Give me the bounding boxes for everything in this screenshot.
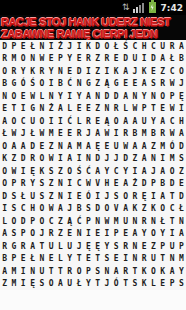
grid-cell[interactable]: A (121, 65, 130, 78)
grid-cell[interactable]: C (19, 203, 28, 216)
grid-cell[interactable]: Z (47, 190, 56, 203)
grid-cell[interactable]: S (9, 190, 18, 203)
grid-cell[interactable]: N (130, 253, 139, 266)
grid-cell[interactable]: B (130, 128, 139, 141)
grid-cell[interactable]: N (37, 253, 46, 266)
grid-cell[interactable]: E (93, 228, 102, 241)
grid-cell[interactable]: C (112, 165, 121, 178)
grid-cell[interactable]: Y (102, 240, 111, 253)
grid-cell[interactable]: R (121, 265, 130, 278)
grid-cell[interactable]: Ó (112, 278, 121, 291)
grid-cell[interactable]: E (102, 140, 111, 153)
grid-cell[interactable]: N (130, 215, 139, 228)
grid-cell[interactable]: U (149, 253, 158, 266)
grid-cell[interactable]: S (149, 78, 158, 91)
grid-cell[interactable]: S (102, 253, 111, 266)
grid-cell[interactable]: D (177, 140, 186, 153)
grid-cell[interactable]: P (9, 178, 18, 191)
grid-cell[interactable]: B (56, 78, 65, 91)
grid-cell[interactable]: N (56, 65, 65, 78)
grid-cell[interactable]: S (84, 203, 93, 216)
grid-cell[interactable]: Z (93, 53, 102, 66)
grid-cell[interactable]: Ę (28, 165, 37, 178)
grid-cell[interactable]: K (140, 278, 149, 291)
grid-cell[interactable]: S (9, 203, 18, 216)
grid-cell[interactable]: E (37, 140, 46, 153)
grid-cell[interactable]: P (9, 253, 18, 266)
grid-cell[interactable]: S (93, 265, 102, 278)
grid-cell[interactable]: O (37, 78, 46, 91)
grid-cell[interactable]: P (84, 265, 93, 278)
grid-cell[interactable]: A (158, 115, 167, 128)
grid-cell[interactable]: I (102, 228, 111, 241)
grid-cell[interactable]: A (130, 140, 139, 153)
grid-cell[interactable]: P (28, 215, 37, 228)
grid-cell[interactable]: A (158, 165, 167, 178)
grid-cell[interactable]: N (130, 90, 139, 103)
grid-cell[interactable]: J (112, 153, 121, 166)
grid-cell[interactable]: M (9, 53, 18, 66)
grid-cell[interactable]: U (65, 278, 74, 291)
grid-cell[interactable]: I (93, 190, 102, 203)
grid-cell[interactable]: Ł (28, 253, 37, 266)
grid-cell[interactable]: M (9, 265, 18, 278)
grid-cell[interactable]: I (74, 40, 83, 53)
grid-cell[interactable]: K (84, 40, 93, 53)
grid-cell[interactable]: E (121, 78, 130, 91)
grid-cell[interactable]: E (93, 115, 102, 128)
grid-cell[interactable]: T (74, 253, 83, 266)
grid-cell[interactable]: U (121, 215, 130, 228)
grid-cell[interactable]: A (177, 40, 186, 53)
grid-cell[interactable]: E (74, 53, 83, 66)
grid-cell[interactable]: Ę (93, 140, 102, 153)
grid-cell[interactable]: J (19, 128, 28, 141)
grid-cell[interactable]: E (19, 40, 28, 53)
grid-cell[interactable]: I (65, 178, 74, 191)
grid-cell[interactable]: Ł (112, 40, 121, 53)
grid-cell[interactable]: E (47, 53, 56, 66)
grid-cell[interactable]: V (93, 178, 102, 191)
grid-cell[interactable]: O (9, 215, 18, 228)
grid-cell[interactable]: I (84, 65, 93, 78)
grid-cell[interactable]: Ś (121, 40, 130, 53)
grid-cell[interactable]: T (37, 240, 46, 253)
grid-cell[interactable]: Y (149, 115, 158, 128)
letter-grid[interactable]: DPEŁNIŻJIKDOŁŚCHCURARMONWEPYERZREDUIDAŁB… (0, 40, 186, 290)
grid-cell[interactable]: R (84, 53, 93, 66)
grid-cell[interactable]: A (140, 78, 149, 91)
grid-cell[interactable]: R (0, 53, 9, 66)
grid-cell[interactable]: O (149, 265, 158, 278)
grid-cell[interactable]: P (9, 40, 18, 53)
grid-cell[interactable]: D (28, 140, 37, 153)
grid-cell[interactable]: Ć (65, 78, 74, 91)
grid-cell[interactable]: N (37, 40, 46, 53)
grid-cell[interactable]: T (167, 190, 176, 203)
grid-cell[interactable]: D (93, 40, 102, 53)
grid-cell[interactable]: T (121, 278, 130, 291)
grid-cell[interactable]: Y (65, 53, 74, 66)
grid-cell[interactable]: D (74, 65, 83, 78)
grid-cell[interactable]: O (37, 153, 46, 166)
grid-cell[interactable]: Ą (65, 215, 74, 228)
grid-cell[interactable]: P (56, 53, 65, 66)
grid-cell[interactable]: J (84, 128, 93, 141)
grid-cell[interactable]: Ż (47, 103, 56, 116)
grid-cell[interactable]: A (0, 115, 9, 128)
grid-cell[interactable]: R (37, 65, 46, 78)
grid-cell[interactable]: A (121, 90, 130, 103)
grid-cell[interactable]: A (56, 203, 65, 216)
grid-cell[interactable]: J (74, 240, 83, 253)
grid-cell[interactable]: N (74, 228, 83, 241)
grid-cell[interactable]: S (37, 190, 46, 203)
grid-cell[interactable]: R (121, 128, 130, 141)
grid-cell[interactable]: R (140, 215, 149, 228)
grid-cell[interactable]: Ć (84, 165, 93, 178)
grid-cell[interactable]: I (19, 103, 28, 116)
grid-cell[interactable]: K (28, 65, 37, 78)
grid-cell[interactable]: Z (56, 165, 65, 178)
grid-cell[interactable]: O (9, 115, 18, 128)
grid-cell[interactable]: I (19, 165, 28, 178)
grid-cell[interactable]: M (47, 128, 56, 141)
grid-cell[interactable]: O (158, 90, 167, 103)
grid-cell[interactable]: H (140, 40, 149, 53)
grid-cell[interactable]: A (140, 165, 149, 178)
grid-cell[interactable]: U (28, 190, 37, 203)
grid-cell[interactable]: Ż (130, 178, 139, 191)
grid-cell[interactable]: O (9, 90, 18, 103)
grid-cell[interactable]: O (158, 203, 167, 216)
grid-cell[interactable]: W (167, 103, 176, 116)
grid-cell[interactable]: D (112, 90, 121, 103)
grid-cell[interactable]: K (149, 203, 158, 216)
grid-cell[interactable]: D (19, 215, 28, 228)
grid-cell[interactable]: Y (28, 178, 37, 191)
grid-cell[interactable]: Z (47, 140, 56, 153)
grid-cell[interactable]: O (37, 203, 46, 216)
grid-cell[interactable]: N (102, 103, 111, 116)
grid-cell[interactable]: Ś (28, 78, 37, 91)
grid-cell[interactable]: E (65, 65, 74, 78)
grid-cell[interactable]: Z (47, 178, 56, 191)
grid-cell[interactable]: Z (93, 103, 102, 116)
grid-cell[interactable]: U (140, 115, 149, 128)
grid-cell[interactable]: S (112, 190, 121, 203)
grid-cell[interactable]: I (19, 265, 28, 278)
grid-cell[interactable]: M (167, 153, 176, 166)
grid-cell[interactable]: B (177, 53, 186, 66)
grid-cell[interactable]: A (84, 140, 93, 153)
grid-cell[interactable]: J (130, 65, 139, 78)
grid-cell[interactable]: A (158, 190, 167, 203)
grid-cell[interactable]: A (121, 115, 130, 128)
grid-cell[interactable]: P (112, 228, 121, 241)
grid-cell[interactable]: E (74, 190, 83, 203)
grid-cell[interactable]: E (65, 228, 74, 241)
grid-cell[interactable]: J (37, 228, 46, 241)
grid-cell[interactable]: H (177, 115, 186, 128)
grid-cell[interactable]: N (56, 140, 65, 153)
grid-cell[interactable]: O (0, 178, 9, 191)
grid-cell[interactable]: A (167, 265, 176, 278)
grid-cell[interactable]: Z (93, 78, 102, 91)
grid-cell[interactable]: P (167, 90, 176, 103)
grid-cell[interactable]: W (37, 128, 46, 141)
grid-cell[interactable]: N (102, 265, 111, 278)
grid-cell[interactable]: U (37, 265, 46, 278)
grid-cell[interactable]: N (93, 215, 102, 228)
grid-cell[interactable]: K (0, 153, 9, 166)
grid-cell[interactable]: Y (65, 253, 74, 266)
grid-cell[interactable]: Ó (84, 190, 93, 203)
grid-cell[interactable]: T (130, 265, 139, 278)
grid-cell[interactable]: N (37, 103, 46, 116)
grid-cell[interactable]: A (9, 140, 18, 153)
grid-cell[interactable]: I (149, 190, 158, 203)
grid-cell[interactable]: D (149, 53, 158, 66)
grid-cell[interactable]: P (84, 215, 93, 228)
grid-cell[interactable]: O (102, 40, 111, 53)
grid-cell[interactable]: K (112, 65, 121, 78)
grid-cell[interactable]: L (56, 253, 65, 266)
grid-cell[interactable]: L (56, 240, 65, 253)
grid-cell[interactable]: E (19, 253, 28, 266)
grid-cell[interactable]: J (149, 165, 158, 178)
grid-cell[interactable]: C (167, 115, 176, 128)
grid-cell[interactable]: Z (9, 153, 18, 166)
grid-cell[interactable]: T (47, 265, 56, 278)
grid-cell[interactable]: R (112, 103, 121, 116)
grid-cell[interactable]: T (56, 265, 65, 278)
grid-cell[interactable]: A (177, 128, 186, 141)
grid-cell[interactable]: W (47, 153, 56, 166)
grid-cell[interactable]: S (177, 153, 186, 166)
grid-cell[interactable]: C (130, 40, 139, 53)
grid-cell[interactable]: Y (177, 265, 186, 278)
grid-cell[interactable]: J (102, 278, 111, 291)
grid-cell[interactable]: I (74, 153, 83, 166)
grid-cell[interactable]: A (19, 140, 28, 153)
grid-cell[interactable]: R (121, 240, 130, 253)
grid-cell[interactable]: E (65, 128, 74, 141)
grid-cell[interactable]: H (28, 203, 37, 216)
grid-cell[interactable]: O (19, 53, 28, 66)
grid-cell[interactable]: N (130, 240, 139, 253)
grid-cell[interactable]: A (140, 153, 149, 166)
grid-cell[interactable]: N (56, 190, 65, 203)
grid-cell[interactable]: N (28, 265, 37, 278)
grid-cell[interactable]: Ł (28, 128, 37, 141)
grid-cell[interactable]: P (177, 240, 186, 253)
grid-cell[interactable]: Z (0, 278, 9, 291)
grid-cell[interactable]: Ż (56, 40, 65, 53)
grid-cell[interactable]: O (167, 165, 176, 178)
grid-cell[interactable]: R (9, 65, 18, 78)
grid-cell[interactable]: D (0, 190, 9, 203)
grid-cell[interactable]: K (158, 265, 167, 278)
grid-cell[interactable]: M (177, 253, 186, 266)
grid-cell[interactable]: W (167, 78, 176, 91)
grid-cell[interactable]: D (0, 40, 9, 53)
grid-cell[interactable]: J (102, 190, 111, 203)
grid-cell[interactable]: E (149, 65, 158, 78)
grid-cell[interactable]: Y (102, 165, 111, 178)
grid-cell[interactable]: E (112, 53, 121, 66)
grid-cell[interactable]: L (121, 103, 130, 116)
grid-cell[interactable]: R (74, 128, 83, 141)
grid-cell[interactable]: E (74, 103, 83, 116)
grid-cell[interactable]: B (158, 178, 167, 191)
grid-cell[interactable]: L (74, 115, 83, 128)
grid-cell[interactable]: A (65, 153, 74, 166)
grid-cell[interactable]: N (47, 90, 56, 103)
grid-cell[interactable]: A (84, 90, 93, 103)
grid-cell[interactable]: E (112, 178, 121, 191)
grid-cell[interactable]: R (28, 153, 37, 166)
grid-cell[interactable]: R (102, 53, 111, 66)
grid-cell[interactable]: N (149, 153, 158, 166)
grid-cell[interactable]: C (167, 203, 176, 216)
grid-cell[interactable]: Z (149, 240, 158, 253)
grid-cell[interactable]: D (140, 178, 149, 191)
grid-cell[interactable]: I (0, 203, 9, 216)
grid-cell[interactable]: I (65, 190, 74, 203)
grid-cell[interactable]: I (121, 253, 130, 266)
grid-cell[interactable]: E (56, 128, 65, 141)
grid-cell[interactable]: C (167, 65, 176, 78)
grid-cell[interactable]: Ą (102, 78, 111, 91)
grid-cell[interactable]: D (102, 90, 111, 103)
grid-cell[interactable]: S (130, 278, 139, 291)
grid-cell[interactable]: M (9, 278, 18, 291)
grid-cell[interactable]: L (0, 215, 9, 228)
grid-cell[interactable]: I (47, 78, 56, 91)
grid-cell[interactable]: G (9, 240, 18, 253)
grid-cell[interactable]: C (19, 115, 28, 128)
grid-cell[interactable]: E (130, 78, 139, 91)
grid-cell[interactable]: P (149, 178, 158, 191)
grid-cell[interactable]: C (47, 215, 56, 228)
grid-cell[interactable]: A (93, 165, 102, 178)
grid-cell[interactable]: Ę (84, 240, 93, 253)
grid-cell[interactable]: Y (84, 278, 93, 291)
grid-cell[interactable]: W (28, 90, 37, 103)
grid-cell[interactable]: O (149, 228, 158, 241)
grid-cell[interactable]: R (84, 115, 93, 128)
grid-cell[interactable]: I (56, 115, 65, 128)
grid-cell[interactable]: S (177, 278, 186, 291)
grid-cell[interactable]: P (140, 103, 149, 116)
grid-cell[interactable]: O (121, 190, 130, 203)
grid-cell[interactable]: Y (140, 90, 149, 103)
grid-cell[interactable]: Y (74, 90, 83, 103)
grid-cell[interactable]: C (74, 178, 83, 191)
grid-cell[interactable]: Z (158, 65, 167, 78)
grid-cell[interactable]: R (158, 128, 167, 141)
grid-cell[interactable]: R (140, 253, 149, 266)
grid-cell[interactable]: A (93, 128, 102, 141)
grid-cell[interactable]: Ę (177, 90, 186, 103)
grid-cell[interactable]: I (130, 165, 139, 178)
grid-cell[interactable]: A (121, 203, 130, 216)
grid-cell[interactable]: B (0, 253, 9, 266)
grid-cell[interactable]: A (65, 140, 74, 153)
grid-cell[interactable]: S (9, 228, 18, 241)
grid-cell[interactable]: R (47, 228, 56, 241)
grid-cell[interactable]: Ó (19, 78, 28, 91)
grid-cell[interactable]: Y (56, 90, 65, 103)
grid-cell[interactable]: K (130, 203, 139, 216)
grid-cell[interactable]: D (177, 190, 186, 203)
grid-cell[interactable]: I (158, 153, 167, 166)
grid-cell[interactable]: U (65, 240, 74, 253)
grid-cell[interactable]: S (37, 278, 46, 291)
grid-cell[interactable]: Z (93, 65, 102, 78)
grid-cell[interactable]: V (112, 203, 121, 216)
grid-cell[interactable]: E (158, 103, 167, 116)
grid-cell[interactable]: J (65, 203, 74, 216)
grid-cell[interactable]: Y (140, 228, 149, 241)
grid-cell[interactable]: W (84, 178, 93, 191)
grid-cell[interactable]: N (149, 90, 158, 103)
grid-cell[interactable]: A (130, 228, 139, 241)
grid-cell[interactable]: O (0, 65, 9, 78)
grid-cell[interactable]: G (28, 103, 37, 116)
grid-cell[interactable]: P (167, 278, 176, 291)
grid-cell[interactable]: B (0, 78, 9, 91)
grid-cell[interactable]: I (84, 228, 93, 241)
grid-cell[interactable]: N (167, 253, 176, 266)
grid-cell[interactable]: K (140, 265, 149, 278)
grid-cell[interactable]: L (149, 278, 158, 291)
grid-cell[interactable]: N (74, 78, 83, 91)
grid-cell[interactable]: Ć (65, 115, 74, 128)
grid-cell[interactable]: T (93, 253, 102, 266)
grid-cell[interactable]: Z (56, 228, 65, 241)
grid-cell[interactable]: H (102, 178, 111, 191)
grid-cell[interactable]: A (130, 115, 139, 128)
grid-cell[interactable]: W (121, 140, 130, 153)
grid-cell[interactable]: B (149, 128, 158, 141)
grid-cell[interactable]: Ł (19, 190, 28, 203)
grid-cell[interactable]: W (9, 128, 18, 141)
grid-cell[interactable]: R (130, 190, 139, 203)
grid-cell[interactable]: I (65, 90, 74, 103)
grid-cell[interactable]: Ą (102, 115, 111, 128)
grid-cell[interactable]: S (47, 165, 56, 178)
grid-cell[interactable]: W (37, 53, 46, 66)
grid-cell[interactable]: U (47, 240, 56, 253)
grid-cell[interactable]: A (0, 265, 9, 278)
grid-cell[interactable]: E (140, 240, 149, 253)
grid-cell[interactable]: A (177, 228, 186, 241)
grid-cell[interactable]: Y (158, 228, 167, 241)
grid-cell[interactable]: N (93, 90, 102, 103)
grid-cell[interactable]: R (19, 240, 28, 253)
grid-cell[interactable]: U (158, 40, 167, 53)
grid-cell[interactable]: Z (140, 203, 149, 216)
grid-cell[interactable]: O (102, 203, 111, 216)
grid-cell[interactable]: E (0, 103, 9, 116)
grid-cell[interactable]: E (158, 278, 167, 291)
grid-cell[interactable]: A (56, 103, 65, 116)
grid-cell[interactable]: I (56, 153, 65, 166)
grid-cell[interactable]: I (47, 40, 56, 53)
grid-cell[interactable]: R (167, 40, 176, 53)
